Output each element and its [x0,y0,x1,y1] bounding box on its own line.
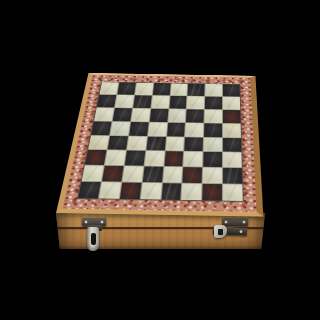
square-g4 [204,137,222,151]
square-c5 [129,122,148,136]
square-a4 [88,135,109,149]
square-d2 [142,167,163,183]
square-a8 [100,82,119,94]
square-b7 [115,95,134,108]
square-h5 [223,123,241,137]
square-g6 [205,110,222,123]
square-f4 [185,137,204,151]
square-e3 [164,151,184,166]
square-h4 [223,138,241,152]
square-b3 [105,150,126,165]
square-h8 [223,84,240,96]
square-e6 [168,109,186,122]
square-g2 [203,168,222,184]
square-a1 [78,182,100,199]
square-c1 [120,183,142,200]
square-h1 [223,184,243,201]
square-d1 [140,183,161,200]
square-d8 [153,83,171,95]
square-f3 [184,152,203,167]
square-f8 [188,84,205,96]
square-a3 [85,150,106,165]
square-f7 [187,96,204,109]
square-e1 [161,183,182,200]
square-h3 [223,152,242,167]
square-h6 [223,110,240,123]
square-f5 [185,123,203,137]
square-b5 [110,121,130,135]
square-g1 [202,184,222,201]
square-b4 [107,136,127,150]
square-f1 [182,184,202,201]
square-a6 [94,108,114,121]
photo-background [0,0,320,320]
square-d7 [151,96,169,109]
chess-board [77,82,244,202]
square-b1 [99,182,121,199]
square-g8 [205,84,222,96]
square-h2 [223,168,242,184]
square-a5 [91,121,111,135]
board-lid-top [56,73,263,217]
stone-border [63,75,257,212]
chess-box [66,41,268,234]
square-d5 [148,122,167,136]
square-c2 [122,166,143,182]
square-c4 [127,136,147,150]
square-g5 [204,123,222,137]
square-e7 [169,96,187,109]
square-g7 [205,97,222,110]
square-f6 [186,109,204,122]
square-d4 [146,136,166,150]
square-b8 [117,83,135,95]
square-h7 [223,97,240,110]
square-d6 [149,109,168,122]
square-a2 [82,166,104,182]
square-g3 [203,152,222,167]
square-f2 [183,167,203,183]
square-e5 [167,122,186,136]
square-e8 [170,83,187,95]
square-c8 [135,83,153,95]
square-e4 [165,137,184,151]
square-b2 [102,166,123,182]
square-e2 [163,167,183,183]
square-c6 [131,108,150,121]
square-b6 [113,108,132,121]
square-c3 [124,151,144,166]
square-a7 [97,95,116,108]
square-d3 [144,151,164,166]
square-c7 [133,95,152,108]
